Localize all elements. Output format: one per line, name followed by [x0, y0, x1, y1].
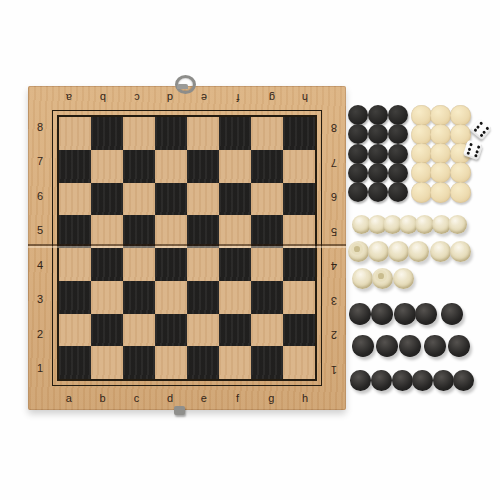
die-1 [470, 118, 493, 141]
black-chess-piece [399, 335, 421, 357]
black-chess-piece [349, 303, 371, 325]
black-chess-piece [371, 303, 393, 325]
black-chess-piece [371, 370, 392, 391]
pieces-layer [0, 0, 500, 500]
cone-tip [386, 217, 395, 226]
black-chess-piece [412, 370, 433, 391]
white-chess-piece [450, 241, 471, 262]
cone-tip [412, 243, 422, 253]
cone-tip [451, 217, 460, 226]
white-chess-piece [415, 215, 434, 234]
cone-tip [435, 217, 444, 226]
black-checker [348, 124, 368, 144]
white-checker [430, 143, 451, 164]
white-checker [450, 162, 471, 183]
black-checker [348, 182, 368, 202]
black-chess-piece [394, 303, 416, 325]
black-checker [348, 163, 368, 183]
white-chess-piece [368, 241, 389, 262]
white-checker [450, 105, 471, 126]
cone-tip [355, 217, 364, 226]
product-photo: abcdefgh 87654321 87654321 abcdefgh [0, 0, 500, 500]
black-chess-piece [424, 335, 446, 357]
die-pip [476, 124, 480, 128]
cone-tip [372, 243, 382, 253]
die-pip [485, 126, 489, 130]
cone-tip [371, 217, 380, 226]
black-checker [368, 105, 388, 125]
cone-tip [402, 217, 411, 226]
white-checker [411, 162, 432, 183]
cone-tip [356, 270, 366, 280]
fold-seam [28, 244, 346, 248]
black-chess-piece [350, 370, 371, 391]
black-checker [368, 124, 388, 144]
die-pip [466, 151, 470, 155]
black-checker [388, 124, 408, 144]
cone-tip [397, 270, 407, 280]
white-checker [430, 105, 451, 126]
die-pip [479, 121, 483, 125]
black-checker [388, 144, 408, 164]
cone-tip [454, 243, 464, 253]
black-chess-piece [453, 370, 474, 391]
black-checker [368, 144, 388, 164]
black-chess-piece [392, 370, 413, 391]
black-checker [388, 182, 408, 202]
black-checker [368, 163, 388, 183]
white-chess-piece [388, 241, 409, 262]
die-pip [469, 142, 473, 146]
white-chess-piece [348, 241, 369, 262]
die-pip [476, 145, 480, 149]
black-chess-piece [415, 303, 437, 325]
white-checker [430, 162, 451, 183]
black-checker [348, 144, 368, 164]
die-pip [475, 149, 479, 153]
white-checker [411, 143, 432, 164]
black-chess-piece [441, 303, 463, 325]
die-pip [473, 128, 477, 132]
black-checker [368, 182, 388, 202]
white-checker [411, 105, 432, 126]
die-pip [479, 133, 483, 137]
black-checker [388, 163, 408, 183]
black-chess-piece [352, 335, 374, 357]
white-chess-piece [352, 268, 373, 289]
cone-tip [434, 243, 444, 253]
white-chess-piece [393, 268, 414, 289]
white-chess-piece [372, 268, 393, 289]
white-chess-piece [430, 241, 451, 262]
black-chess-piece [433, 370, 454, 391]
white-chess-piece [448, 215, 467, 234]
white-checker [430, 182, 451, 203]
rook-ring-top [351, 243, 363, 255]
white-checker [430, 124, 451, 145]
white-checker [450, 182, 471, 203]
die-pip [482, 129, 486, 133]
die-pip [467, 147, 471, 151]
white-checker [411, 182, 432, 203]
rook-ring-top [375, 270, 387, 282]
die-pip [473, 154, 477, 158]
cone-tip [418, 217, 427, 226]
cone-tip [392, 243, 402, 253]
black-chess-piece [376, 335, 398, 357]
white-checker [411, 124, 432, 145]
white-chess-piece [408, 241, 429, 262]
black-checker [388, 105, 408, 125]
black-checker [348, 105, 368, 125]
black-chess-piece [448, 335, 470, 357]
